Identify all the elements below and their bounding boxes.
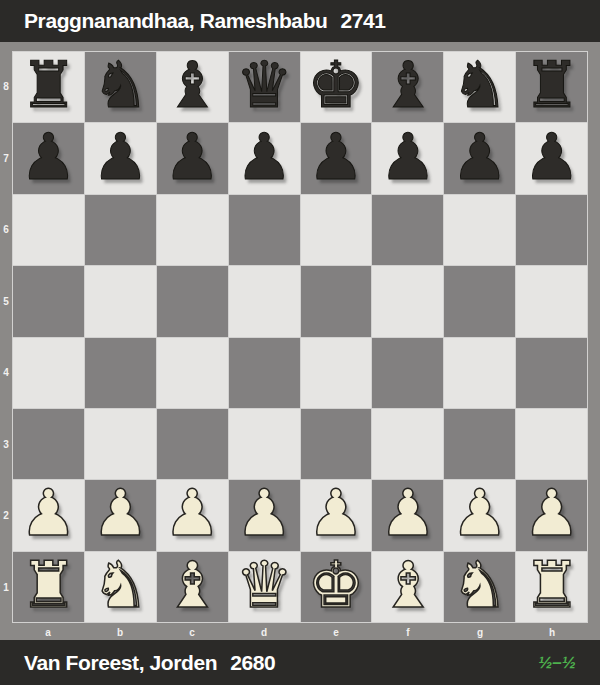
file-label-f: f: [372, 624, 444, 640]
square-e3[interactable]: [301, 409, 372, 479]
square-c3[interactable]: [157, 409, 228, 479]
piece-black-pawn: ♟: [451, 125, 508, 189]
square-h2[interactable]: ♟: [516, 480, 587, 550]
square-c5[interactable]: [157, 266, 228, 336]
square-e8[interactable]: ♚: [301, 52, 372, 122]
piece-white-queen: ♛: [235, 553, 292, 617]
piece-black-pawn: ♟: [523, 125, 580, 189]
piece-white-pawn: ♟: [451, 481, 508, 545]
square-f8[interactable]: ♝: [372, 52, 443, 122]
square-g6[interactable]: [444, 195, 515, 265]
square-b7[interactable]: ♟: [85, 123, 156, 193]
file-label-h: h: [516, 624, 588, 640]
square-a5[interactable]: [13, 266, 84, 336]
square-e5[interactable]: [301, 266, 372, 336]
white-player-rating: 2680: [230, 651, 275, 675]
piece-black-knight: ♞: [451, 53, 508, 117]
square-c1[interactable]: ♝: [157, 552, 228, 622]
square-c4[interactable]: [157, 338, 228, 408]
rank-label-5: 5: [0, 266, 12, 338]
rank-label-8: 8: [0, 51, 12, 123]
square-h8[interactable]: ♜: [516, 52, 587, 122]
piece-black-pawn: ♟: [164, 125, 221, 189]
top-player-bar: Praggnanandhaa, Rameshbabu 2741: [0, 0, 600, 42]
square-g3[interactable]: [444, 409, 515, 479]
square-d1[interactable]: ♛: [229, 552, 300, 622]
file-label-d: d: [228, 624, 300, 640]
piece-white-pawn: ♟: [164, 481, 221, 545]
game-result: ½–½: [538, 653, 584, 673]
rank-label-1: 1: [0, 552, 12, 624]
file-label-a: a: [12, 624, 84, 640]
piece-black-knight: ♞: [92, 53, 149, 117]
white-player-name: Van Foreest, Jorden: [24, 651, 217, 675]
piece-black-rook: ♜: [523, 53, 580, 117]
square-f3[interactable]: [372, 409, 443, 479]
piece-white-pawn: ♟: [523, 481, 580, 545]
piece-white-pawn: ♟: [20, 481, 77, 545]
piece-black-rook: ♜: [20, 53, 77, 117]
piece-black-bishop: ♝: [379, 53, 436, 117]
rank-label-7: 7: [0, 123, 12, 195]
square-d2[interactable]: ♟: [229, 480, 300, 550]
bottom-player-bar: Van Foreest, Jorden 2680 ½–½: [0, 640, 600, 685]
square-h1[interactable]: ♜: [516, 552, 587, 622]
rank-label-4: 4: [0, 337, 12, 409]
square-f5[interactable]: [372, 266, 443, 336]
square-h5[interactable]: [516, 266, 587, 336]
square-a1[interactable]: ♜: [13, 552, 84, 622]
piece-black-bishop: ♝: [164, 53, 221, 117]
square-g5[interactable]: [444, 266, 515, 336]
square-b3[interactable]: [85, 409, 156, 479]
square-b1[interactable]: ♞: [85, 552, 156, 622]
square-g7[interactable]: ♟: [444, 123, 515, 193]
square-e1[interactable]: ♚: [301, 552, 372, 622]
square-h7[interactable]: ♟: [516, 123, 587, 193]
square-d3[interactable]: [229, 409, 300, 479]
square-a2[interactable]: ♟: [13, 480, 84, 550]
black-player-rating: 2741: [341, 9, 386, 33]
square-f4[interactable]: [372, 338, 443, 408]
file-label-c: c: [156, 624, 228, 640]
square-a4[interactable]: [13, 338, 84, 408]
square-a3[interactable]: [13, 409, 84, 479]
square-g2[interactable]: ♟: [444, 480, 515, 550]
piece-white-bishop: ♝: [379, 553, 436, 617]
square-h4[interactable]: [516, 338, 587, 408]
piece-white-knight: ♞: [451, 553, 508, 617]
piece-white-knight: ♞: [92, 553, 149, 617]
black-player-name: Praggnanandhaa, Rameshbabu: [24, 9, 328, 33]
square-c8[interactable]: ♝: [157, 52, 228, 122]
square-a8[interactable]: ♜: [13, 52, 84, 122]
piece-white-pawn: ♟: [92, 481, 149, 545]
square-d4[interactable]: [229, 338, 300, 408]
square-d8[interactable]: ♛: [229, 52, 300, 122]
file-label-b: b: [84, 624, 156, 640]
square-e6[interactable]: [301, 195, 372, 265]
square-g1[interactable]: ♞: [444, 552, 515, 622]
rank-label-2: 2: [0, 480, 12, 552]
piece-black-pawn: ♟: [235, 125, 292, 189]
square-f6[interactable]: [372, 195, 443, 265]
piece-black-pawn: ♟: [92, 125, 149, 189]
square-b8[interactable]: ♞: [85, 52, 156, 122]
piece-black-pawn: ♟: [307, 125, 364, 189]
file-labels: abcdefgh: [12, 624, 588, 640]
rank-label-3: 3: [0, 409, 12, 481]
square-c6[interactable]: [157, 195, 228, 265]
piece-white-king: ♚: [307, 553, 364, 617]
piece-white-pawn: ♟: [379, 481, 436, 545]
piece-black-pawn: ♟: [20, 125, 77, 189]
file-label-e: e: [300, 624, 372, 640]
piece-white-bishop: ♝: [164, 553, 221, 617]
chess-board[interactable]: ♜♞♝♛♚♝♞♜♟♟♟♟♟♟♟♟♟♟♟♟♟♟♟♟♜♞♝♛♚♝♞♜: [12, 51, 588, 623]
square-f2[interactable]: ♟: [372, 480, 443, 550]
piece-white-rook: ♜: [523, 553, 580, 617]
square-h3[interactable]: [516, 409, 587, 479]
rank-labels: 87654321: [0, 51, 12, 623]
square-b2[interactable]: ♟: [85, 480, 156, 550]
file-label-g: g: [444, 624, 516, 640]
piece-white-rook: ♜: [20, 553, 77, 617]
square-d7[interactable]: ♟: [229, 123, 300, 193]
square-a6[interactable]: [13, 195, 84, 265]
square-a7[interactable]: ♟: [13, 123, 84, 193]
square-b5[interactable]: [85, 266, 156, 336]
square-e2[interactable]: ♟: [301, 480, 372, 550]
square-f1[interactable]: ♝: [372, 552, 443, 622]
chess-game-viewer: Praggnanandhaa, Rameshbabu 2741 87654321…: [0, 0, 600, 685]
piece-white-pawn: ♟: [307, 481, 364, 545]
piece-black-pawn: ♟: [379, 125, 436, 189]
square-f7[interactable]: ♟: [372, 123, 443, 193]
square-e4[interactable]: [301, 338, 372, 408]
square-g4[interactable]: [444, 338, 515, 408]
square-g8[interactable]: ♞: [444, 52, 515, 122]
piece-black-king: ♚: [307, 53, 364, 117]
square-e7[interactable]: ♟: [301, 123, 372, 193]
square-d5[interactable]: [229, 266, 300, 336]
square-h6[interactable]: [516, 195, 587, 265]
square-b6[interactable]: [85, 195, 156, 265]
piece-white-pawn: ♟: [235, 481, 292, 545]
square-d6[interactable]: [229, 195, 300, 265]
rank-label-6: 6: [0, 194, 12, 266]
piece-black-queen: ♛: [235, 53, 292, 117]
square-c7[interactable]: ♟: [157, 123, 228, 193]
square-b4[interactable]: [85, 338, 156, 408]
square-c2[interactable]: ♟: [157, 480, 228, 550]
